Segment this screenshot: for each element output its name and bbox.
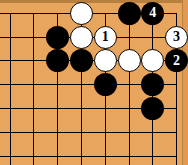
grid-hline [0, 132, 177, 133]
stone-black[interactable] [70, 49, 93, 72]
stone-white[interactable] [70, 26, 93, 49]
stone-black[interactable] [94, 73, 117, 96]
go-board[interactable]: 4132 [0, 0, 188, 165]
stone-black[interactable] [141, 97, 164, 120]
stone-white[interactable] [118, 49, 141, 72]
grid-vline [10, 13, 11, 165]
move-number-label: 4 [149, 6, 156, 20]
stone-white[interactable] [94, 49, 117, 72]
move-number-label: 3 [173, 30, 180, 44]
grid-vline [129, 13, 130, 165]
move-number-label: 2 [173, 54, 180, 68]
stone-white[interactable] [70, 2, 93, 25]
board-frame-right-strip [183, 0, 188, 165]
stone-black[interactable] [141, 73, 164, 96]
stone-black[interactable] [46, 26, 69, 49]
stone-white[interactable] [141, 49, 164, 72]
grid-vline [33, 13, 34, 165]
stone-white-move-1[interactable]: 1 [94, 26, 117, 49]
grid-hline [0, 156, 177, 157]
board-frame-top [0, 0, 188, 3]
stone-black[interactable] [118, 2, 141, 25]
stone-white-move-3[interactable]: 3 [165, 26, 188, 49]
stone-black[interactable] [46, 49, 69, 72]
move-number-label: 1 [102, 30, 109, 44]
stone-black-move-4[interactable]: 4 [141, 2, 164, 25]
